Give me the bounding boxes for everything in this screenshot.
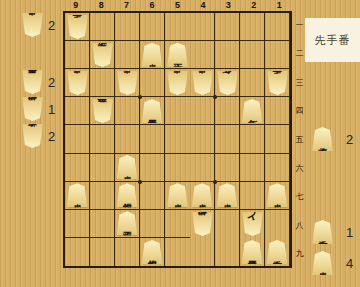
file-label-1: 1 <box>267 0 292 11</box>
square-21[interactable] <box>240 13 265 41</box>
square-64[interactable]: 桂馬 <box>140 97 165 125</box>
square-53[interactable]: 歩兵 <box>165 69 190 97</box>
square-43[interactable]: 歩兵 <box>190 69 215 97</box>
sente-lance-piece-19[interactable]: 香車 <box>267 240 288 264</box>
square-24[interactable]: 角行 <box>240 97 265 125</box>
square-29[interactable]: 桂馬 <box>240 238 265 266</box>
square-26[interactable] <box>240 154 265 182</box>
square-97[interactable]: 歩兵 <box>65 182 90 210</box>
gote-captured-tray: 歩兵2桂馬2銀将1金将2 <box>0 0 62 287</box>
square-16[interactable] <box>265 154 290 182</box>
square-92[interactable] <box>65 41 90 69</box>
square-22[interactable] <box>240 41 265 69</box>
file-label-4: 4 <box>190 0 215 11</box>
file-label-9: 9 <box>63 0 88 11</box>
gote-rook-piece-84[interactable]: 飛車 <box>92 99 113 123</box>
square-84[interactable]: 飛車 <box>90 97 115 125</box>
square-61[interactable] <box>140 13 165 41</box>
square-88[interactable] <box>90 210 115 238</box>
sente-hand-lance-piece[interactable]: 香車 <box>312 220 333 244</box>
square-55[interactable] <box>165 125 190 153</box>
sente-captured-tray: 金将2香車1歩兵4 <box>305 0 360 287</box>
square-51[interactable] <box>165 13 190 41</box>
sente-hand-pawn-count: 4 <box>346 256 353 271</box>
sente-hand-gold-piece[interactable]: 金将 <box>312 127 333 151</box>
square-99[interactable] <box>65 238 90 266</box>
square-89[interactable] <box>90 238 115 266</box>
square-62[interactable]: 歩兵 <box>140 41 165 69</box>
square-74[interactable] <box>115 97 140 125</box>
gote-hand-gold-count: 2 <box>48 129 55 144</box>
gote-hand-pawn-count: 2 <box>48 18 55 33</box>
square-95[interactable] <box>65 125 90 153</box>
square-42[interactable] <box>190 41 215 69</box>
file-label-3: 3 <box>216 0 241 11</box>
gote-hand-silver-piece[interactable]: 銀将 <box>22 97 43 121</box>
gote-lance-piece-91[interactable]: 香車 <box>67 15 88 39</box>
sente-bishop-piece-24[interactable]: 角行 <box>242 99 263 123</box>
square-11[interactable] <box>265 13 290 41</box>
square-13[interactable]: 香車 <box>265 69 290 97</box>
gote-hand-silver-count: 1 <box>48 102 55 117</box>
shogi-diagram: 987654321 一二三四五六七八九 香車王将歩兵龍王歩兵歩兵歩兵歩兵角行香車… <box>0 0 360 287</box>
square-34[interactable] <box>215 97 240 125</box>
gote-tokin-piece-28[interactable]: と <box>242 212 263 236</box>
square-59[interactable] <box>165 238 190 266</box>
square-71[interactable] <box>115 13 140 41</box>
gote-silver-piece-48[interactable]: 銀将 <box>192 212 213 236</box>
square-25[interactable] <box>240 125 265 153</box>
square-18[interactable] <box>265 210 290 238</box>
square-83[interactable] <box>90 69 115 97</box>
sente-silver-piece-69[interactable]: 銀将 <box>142 240 163 264</box>
sente-pawn-piece-57[interactable]: 歩兵 <box>167 183 188 207</box>
square-91[interactable]: 香車 <box>65 13 90 41</box>
square-33[interactable]: 角行 <box>215 69 240 97</box>
square-76[interactable]: 歩兵 <box>115 154 140 182</box>
square-69[interactable]: 銀将 <box>140 238 165 266</box>
square-45[interactable] <box>190 125 215 153</box>
sente-knight-piece-64[interactable]: 桂馬 <box>142 99 163 123</box>
square-96[interactable] <box>65 154 90 182</box>
file-label-6: 6 <box>139 0 164 11</box>
sente-dragon-piece-52[interactable]: 龍王 <box>167 43 188 67</box>
gote-lance-piece-13[interactable]: 香車 <box>267 71 288 95</box>
square-87[interactable] <box>90 182 115 210</box>
sente-pawn-piece-17[interactable]: 歩兵 <box>267 183 288 207</box>
square-15[interactable] <box>265 125 290 153</box>
sente-hand-pawn-piece[interactable]: 歩兵 <box>312 251 333 275</box>
square-17[interactable]: 歩兵 <box>265 182 290 210</box>
square-52[interactable]: 龍王 <box>165 41 190 69</box>
square-35[interactable] <box>215 125 240 153</box>
gote-pawn-piece-53[interactable]: 歩兵 <box>167 71 188 95</box>
square-65[interactable] <box>140 125 165 153</box>
square-98[interactable] <box>65 210 90 238</box>
square-39[interactable] <box>215 238 240 266</box>
sente-knight-piece-29[interactable]: 桂馬 <box>242 240 263 264</box>
gote-pawn-piece-43[interactable]: 歩兵 <box>192 71 213 95</box>
file-labels: 987654321 <box>63 0 292 11</box>
gote-pawn-piece-73[interactable]: 歩兵 <box>117 71 138 95</box>
square-44[interactable] <box>190 97 215 125</box>
square-93[interactable]: 歩兵 <box>65 69 90 97</box>
sente-silver-piece-77[interactable]: 銀将 <box>117 183 138 207</box>
sente-pawn-piece-37[interactable]: 歩兵 <box>217 183 238 207</box>
square-49[interactable] <box>190 238 215 266</box>
sente-pawn-piece-97[interactable]: 歩兵 <box>67 183 88 207</box>
square-23[interactable] <box>240 69 265 97</box>
square-58[interactable] <box>165 210 190 238</box>
square-85[interactable] <box>90 125 115 153</box>
sente-hand-lance-count: 1 <box>346 225 353 240</box>
file-label-5: 5 <box>165 0 190 11</box>
square-75[interactable] <box>115 125 140 153</box>
square-41[interactable] <box>190 13 215 41</box>
square-63[interactable] <box>140 69 165 97</box>
gote-hand-gold-piece[interactable]: 金将 <box>22 124 43 148</box>
board-grid: 香車王将歩兵龍王歩兵歩兵歩兵歩兵角行香車飛車桂馬角行歩兵歩兵銀将歩兵歩兵歩兵歩兵… <box>63 11 292 268</box>
square-31[interactable] <box>215 13 240 41</box>
gote-hand-knight-count: 2 <box>48 75 55 90</box>
file-label-7: 7 <box>114 0 139 11</box>
square-56[interactable] <box>165 154 190 182</box>
square-67[interactable] <box>140 182 165 210</box>
gote-pawn-piece-93[interactable]: 歩兵 <box>67 71 88 95</box>
square-47[interactable]: 歩兵 <box>190 182 215 210</box>
square-73[interactable]: 歩兵 <box>115 69 140 97</box>
square-72[interactable] <box>115 41 140 69</box>
square-81[interactable] <box>90 13 115 41</box>
square-14[interactable] <box>265 97 290 125</box>
gote-king-piece-82[interactable]: 王将 <box>92 43 113 67</box>
square-78[interactable]: 玉将 <box>115 210 140 238</box>
square-38[interactable] <box>215 210 240 238</box>
file-label-2: 2 <box>241 0 266 11</box>
square-77[interactable]: 銀将 <box>115 182 140 210</box>
sente-pawn-piece-62[interactable]: 歩兵 <box>142 43 163 67</box>
sente-king-piece-78[interactable]: 玉将 <box>117 211 138 235</box>
square-68[interactable] <box>140 210 165 238</box>
sente-hand-gold-count: 2 <box>346 132 353 147</box>
file-label-8: 8 <box>88 0 113 11</box>
square-46[interactable] <box>190 154 215 182</box>
square-19[interactable]: 香車 <box>265 238 290 266</box>
square-66[interactable] <box>140 154 165 182</box>
square-79[interactable] <box>115 238 140 266</box>
square-86[interactable] <box>90 154 115 182</box>
gote-bishop-piece-33[interactable]: 角行 <box>217 71 238 95</box>
gote-hand-knight-piece[interactable]: 桂馬 <box>22 70 43 94</box>
square-36[interactable] <box>215 154 240 182</box>
sente-pawn-piece-76[interactable]: 歩兵 <box>117 155 138 179</box>
square-57[interactable]: 歩兵 <box>165 182 190 210</box>
square-48[interactable]: 銀将 <box>190 210 215 238</box>
square-94[interactable] <box>65 97 90 125</box>
square-37[interactable]: 歩兵 <box>215 182 240 210</box>
square-32[interactable] <box>215 41 240 69</box>
square-27[interactable] <box>240 182 265 210</box>
square-12[interactable] <box>265 41 290 69</box>
sente-pawn-piece-47[interactable]: 歩兵 <box>192 183 213 207</box>
gote-hand-pawn-piece[interactable]: 歩兵 <box>22 13 43 37</box>
square-54[interactable] <box>165 97 190 125</box>
square-82[interactable]: 王将 <box>90 41 115 69</box>
square-28[interactable]: と <box>240 210 265 238</box>
